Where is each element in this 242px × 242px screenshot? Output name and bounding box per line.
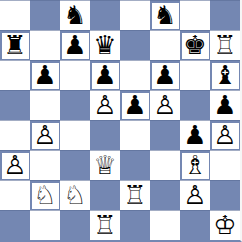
piece-box: ♘ (62, 183, 89, 209)
white-pawn[interactable]: ♙ (213, 122, 236, 148)
piece-box: ♛ (92, 33, 119, 59)
square-f1[interactable] (150, 210, 180, 240)
piece-box: ♞ (152, 3, 179, 29)
piece-box: ♖ (212, 33, 239, 59)
square-c6[interactable] (60, 60, 90, 90)
square-c5[interactable] (60, 90, 90, 120)
black-pawn[interactable]: ♟ (153, 62, 176, 88)
white-pawn[interactable]: ♙ (183, 182, 206, 208)
black-pawn[interactable]: ♟ (33, 62, 56, 88)
white-knight[interactable]: ♘ (63, 182, 86, 208)
piece-box: ♙ (152, 93, 179, 119)
chess-board-wrapper: ♞♞♜♟♛♚♖♟♟♟♝♙♟♙♟♙♟♙♙♕♗♘♘♖♙♖♔ (0, 0, 242, 242)
square-f7[interactable] (150, 30, 180, 60)
square-d4[interactable] (90, 120, 120, 150)
piece-box: ♙ (32, 123, 59, 149)
square-a4[interactable] (0, 120, 30, 150)
square-b3[interactable] (30, 150, 60, 180)
black-knight[interactable]: ♞ (153, 2, 176, 28)
square-d6[interactable]: ♟ (90, 60, 120, 90)
piece-box: ♞ (62, 3, 89, 29)
piece-box: ♙ (212, 123, 239, 149)
square-h8[interactable] (210, 0, 240, 30)
square-h1[interactable]: ♔ (210, 210, 240, 240)
black-pawn[interactable]: ♟ (213, 92, 236, 118)
square-d2[interactable] (90, 180, 120, 210)
white-rook[interactable]: ♖ (213, 32, 236, 58)
piece-box: ♟ (92, 63, 119, 89)
white-rook[interactable]: ♖ (123, 182, 146, 208)
black-king[interactable]: ♚ (183, 32, 206, 58)
square-f8[interactable]: ♞ (150, 0, 180, 30)
square-d7[interactable]: ♛ (90, 30, 120, 60)
white-pawn[interactable]: ♙ (3, 152, 26, 178)
square-g7[interactable]: ♚ (180, 30, 210, 60)
piece-box: ♟ (62, 33, 89, 59)
black-queen[interactable]: ♛ (93, 32, 116, 58)
square-c4[interactable] (60, 120, 90, 150)
square-c3[interactable] (60, 150, 90, 180)
square-e4[interactable] (120, 120, 150, 150)
black-pawn[interactable]: ♟ (63, 32, 86, 58)
square-e8[interactable] (120, 0, 150, 30)
square-c1[interactable] (60, 210, 90, 240)
piece-box: ♝ (212, 63, 239, 89)
square-h3[interactable] (210, 150, 240, 180)
square-h7[interactable]: ♖ (210, 30, 240, 60)
piece-box: ♚ (182, 33, 209, 59)
piece-box: ♙ (182, 183, 209, 209)
chess-board: ♞♞♜♟♛♚♖♟♟♟♝♙♟♙♟♙♟♙♙♕♗♘♘♖♙♖♔ (0, 0, 242, 242)
square-f4[interactable] (150, 120, 180, 150)
square-g1[interactable] (180, 210, 210, 240)
square-c7[interactable]: ♟ (60, 30, 90, 60)
square-a5[interactable] (0, 90, 30, 120)
square-g2[interactable]: ♙ (180, 180, 210, 210)
white-king[interactable]: ♔ (213, 212, 236, 238)
square-d8[interactable] (90, 0, 120, 30)
square-a6[interactable] (0, 60, 30, 90)
black-pawn[interactable]: ♟ (93, 62, 116, 88)
black-bishop[interactable]: ♝ (213, 62, 236, 88)
piece-box: ♟ (182, 123, 209, 149)
white-pawn[interactable]: ♙ (93, 92, 116, 118)
square-g5[interactable] (180, 90, 210, 120)
black-knight[interactable]: ♞ (63, 2, 86, 28)
square-a1[interactable] (0, 210, 30, 240)
piece-box: ♖ (122, 183, 149, 209)
square-e5[interactable]: ♟ (120, 90, 150, 120)
square-b4[interactable]: ♙ (30, 120, 60, 150)
piece-box: ♕ (92, 153, 119, 179)
piece-box: ♟ (32, 63, 59, 89)
square-g8[interactable] (180, 0, 210, 30)
piece-box: ♟ (122, 93, 149, 119)
square-h4[interactable]: ♙ (210, 120, 240, 150)
square-h6[interactable]: ♝ (210, 60, 240, 90)
square-a8[interactable] (0, 0, 30, 30)
piece-box: ♙ (2, 153, 29, 179)
piece-box: ♘ (32, 183, 59, 209)
square-c8[interactable]: ♞ (60, 0, 90, 30)
square-f6[interactable]: ♟ (150, 60, 180, 90)
piece-box: ♖ (92, 213, 119, 239)
square-g3[interactable]: ♗ (180, 150, 210, 180)
square-b5[interactable] (30, 90, 60, 120)
square-d1[interactable]: ♖ (90, 210, 120, 240)
square-f3[interactable] (150, 150, 180, 180)
square-b7[interactable] (30, 30, 60, 60)
square-e1[interactable] (120, 210, 150, 240)
piece-box: ♟ (152, 63, 179, 89)
square-e6[interactable] (120, 60, 150, 90)
piece-box: ♟ (212, 93, 239, 119)
square-b2[interactable]: ♘ (30, 180, 60, 210)
square-e2[interactable]: ♖ (120, 180, 150, 210)
black-pawn[interactable]: ♟ (183, 122, 206, 148)
square-e7[interactable] (120, 30, 150, 60)
square-g4[interactable]: ♟ (180, 120, 210, 150)
square-c2[interactable]: ♘ (60, 180, 90, 210)
piece-box: ♔ (212, 213, 239, 239)
square-h5[interactable]: ♟ (210, 90, 240, 120)
piece-box: ♗ (182, 153, 209, 179)
square-d3[interactable]: ♕ (90, 150, 120, 180)
square-b1[interactable] (30, 210, 60, 240)
square-a3[interactable]: ♙ (0, 150, 30, 180)
piece-box: ♜ (2, 33, 29, 59)
white-bishop[interactable]: ♗ (183, 152, 206, 178)
square-a7[interactable]: ♜ (0, 30, 30, 60)
square-b6[interactable]: ♟ (30, 60, 60, 90)
black-rook[interactable]: ♜ (3, 32, 26, 58)
piece-box: ♙ (92, 93, 119, 119)
square-g6[interactable] (180, 60, 210, 90)
black-pawn[interactable]: ♟ (123, 92, 146, 118)
square-d5[interactable]: ♙ (90, 90, 120, 120)
white-knight[interactable]: ♘ (33, 182, 56, 208)
square-h2[interactable] (210, 180, 240, 210)
square-b8[interactable] (30, 0, 60, 30)
white-queen[interactable]: ♕ (93, 152, 116, 178)
white-pawn[interactable]: ♙ (33, 122, 56, 148)
square-f2[interactable] (150, 180, 180, 210)
square-f5[interactable]: ♙ (150, 90, 180, 120)
square-a2[interactable] (0, 180, 30, 210)
white-rook[interactable]: ♖ (93, 212, 116, 238)
white-pawn[interactable]: ♙ (153, 92, 176, 118)
square-e3[interactable] (120, 150, 150, 180)
